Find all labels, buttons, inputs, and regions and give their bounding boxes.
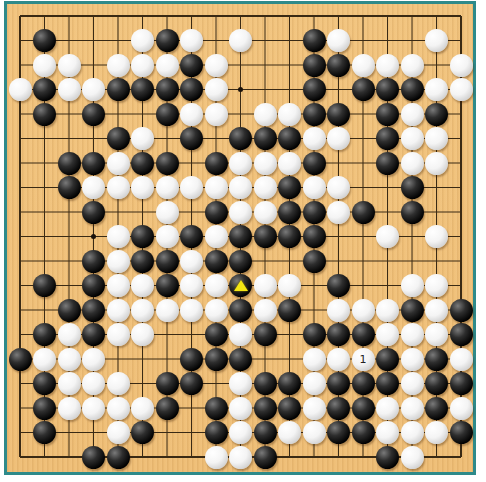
white-stone [82,397,105,420]
white-stone [450,78,473,101]
black-stone [327,372,350,395]
white-stone [278,274,301,297]
black-stone [401,78,424,101]
black-stone [229,299,252,322]
black-stone [180,348,203,371]
white-stone [401,103,424,126]
black-stone [450,372,473,395]
white-stone [401,127,424,150]
white-stone [229,176,252,199]
white-stone [131,299,154,322]
white-stone [303,372,326,395]
black-stone [131,225,154,248]
black-stone [401,299,424,322]
white-stone [278,152,301,175]
black-stone [180,54,203,77]
black-stone [156,78,179,101]
white-stone [327,201,350,224]
white-stone [205,176,228,199]
white-stone [425,299,448,322]
black-stone [254,372,277,395]
white-stone [205,225,228,248]
black-stone [229,225,252,248]
white-stone [131,127,154,150]
black-stone [33,103,56,126]
white-stone [107,176,130,199]
white-stone [425,78,448,101]
white-stone [107,372,130,395]
white-stone [327,127,350,150]
white-stone [180,103,203,126]
white-stone [180,176,203,199]
black-stone [82,323,105,346]
white-stone [205,103,228,126]
white-stone [450,397,473,420]
white-stone [376,323,399,346]
go-app-window: 1 [0,0,486,482]
white-stone [401,421,424,444]
black-stone [156,372,179,395]
black-stone [156,250,179,273]
white-stone [131,29,154,52]
black-stone [156,397,179,420]
white-stone [450,348,473,371]
white-stone [58,78,81,101]
white-stone [33,348,56,371]
white-stone [327,348,350,371]
black-stone [180,127,203,150]
black-stone [58,152,81,175]
black-stone [425,348,448,371]
black-stone [82,274,105,297]
black-stone [205,397,228,420]
black-stone [156,152,179,175]
black-stone [376,446,399,469]
white-stone [229,29,252,52]
white-stone [401,397,424,420]
white-stone [303,176,326,199]
white-stone [33,54,56,77]
black-stone [82,446,105,469]
white-stone [107,274,130,297]
white-stone [156,176,179,199]
black-stone [450,299,473,322]
black-stone [352,78,375,101]
black-stone [107,127,130,150]
black-stone [33,397,56,420]
black-stone [205,348,228,371]
black-stone [205,201,228,224]
black-stone [205,421,228,444]
black-stone [180,78,203,101]
white-stone [327,299,350,322]
white-stone [180,250,203,273]
white-stone [107,54,130,77]
black-stone [376,78,399,101]
black-stone [352,323,375,346]
white-stone [229,152,252,175]
white-stone [180,274,203,297]
white-stone [352,299,375,322]
black-stone [327,274,350,297]
white-stone [229,446,252,469]
black-stone [33,323,56,346]
white-stone [401,372,424,395]
white-stone [401,323,424,346]
white-stone [156,201,179,224]
black-stone [303,152,326,175]
white-stone [205,446,228,469]
black-stone [352,201,375,224]
white-stone [254,152,277,175]
black-stone [33,421,56,444]
black-stone [131,152,154,175]
white-stone [58,372,81,395]
black-stone [376,152,399,175]
black-stone [254,127,277,150]
white-stone [229,421,252,444]
black-stone [33,29,56,52]
white-stone [401,446,424,469]
black-stone [352,372,375,395]
white-stone [327,176,350,199]
white-stone [131,323,154,346]
white-stone [254,103,277,126]
black-stone [425,397,448,420]
black-stone [131,250,154,273]
black-stone [376,103,399,126]
black-stone [82,299,105,322]
white-stone [107,323,130,346]
black-stone [9,348,32,371]
black-stone [254,421,277,444]
white-stone [376,299,399,322]
black-stone [327,421,350,444]
black-stone [278,372,301,395]
black-stone [278,299,301,322]
white-stone [376,225,399,248]
black-stone [303,103,326,126]
black-stone [131,78,154,101]
black-stone [303,323,326,346]
white-stone [229,397,252,420]
white-stone [254,201,277,224]
star-point [91,234,96,239]
white-stone [229,201,252,224]
white-stone [82,348,105,371]
black-stone [156,29,179,52]
black-stone [107,446,130,469]
black-stone [278,201,301,224]
white-stone [58,348,81,371]
white-stone [303,397,326,420]
white-stone [156,225,179,248]
white-stone [352,54,375,77]
white-stone [9,78,32,101]
black-stone [58,176,81,199]
black-stone [425,103,448,126]
white-stone [82,372,105,395]
white-stone [156,54,179,77]
white-stone [303,127,326,150]
black-stone [352,421,375,444]
white-stone [327,29,350,52]
black-stone [254,446,277,469]
white-stone [376,421,399,444]
white-stone [376,397,399,420]
white-stone [425,127,448,150]
black-stone [254,397,277,420]
black-stone [352,397,375,420]
white-stone [58,323,81,346]
black-stone [327,323,350,346]
white-stone [107,421,130,444]
black-stone [303,201,326,224]
white-stone [303,348,326,371]
black-stone [303,250,326,273]
white-stone [278,103,301,126]
black-stone [376,348,399,371]
white-stone [82,176,105,199]
black-stone [278,176,301,199]
white-stone [58,397,81,420]
white-stone [205,299,228,322]
black-stone [303,54,326,77]
black-stone [107,78,130,101]
black-stone [33,274,56,297]
black-stone [401,201,424,224]
black-stone [303,78,326,101]
white-stone [107,250,130,273]
white-stone [107,225,130,248]
white-stone [180,299,203,322]
white-stone [303,421,326,444]
black-stone [180,225,203,248]
black-stone [82,103,105,126]
star-point [238,87,243,92]
black-stone [82,201,105,224]
black-stone [156,274,179,297]
white-stone [425,274,448,297]
black-stone [205,152,228,175]
white-stone [425,225,448,248]
white-stone [131,54,154,77]
white-stone [254,299,277,322]
white-stone [205,54,228,77]
white-stone [425,152,448,175]
white-stone [205,274,228,297]
black-stone [82,250,105,273]
black-stone [229,127,252,150]
white-stone [131,176,154,199]
black-stone [278,397,301,420]
white-stone [156,299,179,322]
black-stone [180,372,203,395]
black-stone [278,225,301,248]
black-stone [450,421,473,444]
white-stone [401,152,424,175]
white-stone [107,152,130,175]
black-stone [131,421,154,444]
black-stone [327,397,350,420]
black-stone [33,78,56,101]
white-stone [425,323,448,346]
white-stone [131,274,154,297]
black-stone [254,323,277,346]
white-stone [229,323,252,346]
black-stone [229,274,252,297]
white-stone [107,299,130,322]
black-stone [229,348,252,371]
white-stone [180,29,203,52]
black-stone [156,103,179,126]
white-stone [450,54,473,77]
white-stone [425,421,448,444]
black-stone [58,299,81,322]
move-number-label: 1 [352,348,375,371]
black-stone [303,29,326,52]
black-stone [327,54,350,77]
white-stone [401,348,424,371]
black-stone [327,103,350,126]
white-stone [82,78,105,101]
black-stone [303,225,326,248]
black-stone [450,323,473,346]
white-stone [401,54,424,77]
black-stone [82,152,105,175]
white-stone [254,176,277,199]
white-stone [205,78,228,101]
black-stone [254,225,277,248]
white-stone [401,274,424,297]
black-stone [229,250,252,273]
white-stone [278,421,301,444]
black-stone [425,372,448,395]
black-stone [205,250,228,273]
white-stone [229,372,252,395]
white-stone [425,29,448,52]
black-stone [376,372,399,395]
black-stone [278,127,301,150]
white-stone [58,54,81,77]
black-stone [205,323,228,346]
black-stone [376,127,399,150]
black-stone [401,176,424,199]
white-stone [107,397,130,420]
white-stone [254,274,277,297]
black-stone [33,372,56,395]
white-stone [131,397,154,420]
white-stone [376,54,399,77]
